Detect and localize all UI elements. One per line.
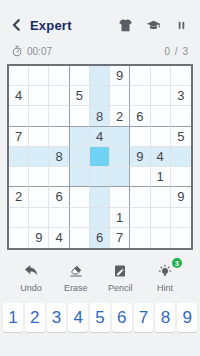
- cell-r5c6[interactable]: [110, 147, 130, 167]
- numpad-key-9[interactable]: 9: [177, 303, 197, 332]
- cell-r5c3[interactable]: 8: [49, 147, 69, 167]
- cell-r2c2[interactable]: [29, 86, 49, 106]
- cell-r6c8[interactable]: 1: [151, 167, 171, 187]
- theme-button[interactable]: [118, 18, 133, 33]
- cell-r1c5[interactable]: [90, 66, 110, 86]
- cell-r4c8[interactable]: [151, 127, 171, 147]
- cell-r1c7[interactable]: [130, 66, 150, 86]
- cell-r5c4[interactable]: [70, 147, 90, 167]
- toolbar: Undo Erase Pencil: [0, 250, 200, 293]
- cell-r4c3[interactable]: [49, 127, 69, 147]
- cell-r6c5[interactable]: [90, 167, 110, 187]
- cell-r6c6[interactable]: [110, 167, 130, 187]
- cell-r6c7[interactable]: [130, 167, 150, 187]
- cell-r3c7[interactable]: 6: [130, 106, 150, 126]
- cell-r8c1[interactable]: [9, 208, 29, 228]
- cell-r9c3[interactable]: 4: [49, 228, 69, 248]
- cell-r5c1[interactable]: [9, 147, 29, 167]
- eraser-icon: [68, 263, 84, 279]
- cell-r5c2[interactable]: [29, 147, 49, 167]
- cell-r2c8[interactable]: [151, 86, 171, 106]
- stopwatch-icon: [11, 45, 23, 57]
- numpad-key-2[interactable]: 2: [25, 303, 45, 332]
- undo-button[interactable]: Undo: [16, 263, 46, 293]
- numpad-key-8[interactable]: 8: [155, 303, 175, 332]
- cell-r4c2[interactable]: [29, 127, 49, 147]
- cell-r4c6[interactable]: [110, 127, 130, 147]
- pencil-icon: [112, 263, 128, 279]
- cell-r8c2[interactable]: [29, 208, 49, 228]
- cell-r3c9[interactable]: [171, 106, 191, 126]
- header: Expert: [0, 0, 200, 36]
- cell-r6c4[interactable]: [70, 167, 90, 187]
- cell-r4c9[interactable]: 5: [171, 127, 191, 147]
- chevron-left-icon: [10, 18, 24, 32]
- cell-r2c3[interactable]: [49, 86, 69, 106]
- cell-r3c8[interactable]: [151, 106, 171, 126]
- cell-r6c9[interactable]: [171, 167, 191, 187]
- numpad-key-7[interactable]: 7: [134, 303, 154, 332]
- cell-r9c1[interactable]: [9, 228, 29, 248]
- cell-r2c6[interactable]: [110, 86, 130, 106]
- cell-r1c8[interactable]: [151, 66, 171, 86]
- cell-r7c2[interactable]: [29, 187, 49, 207]
- cell-r8c9[interactable]: [171, 208, 191, 228]
- hint-bulb-icon: [157, 263, 173, 279]
- cell-r7c9[interactable]: 9: [171, 187, 191, 207]
- cell-r8c7[interactable]: [130, 208, 150, 228]
- cell-r6c3[interactable]: [49, 167, 69, 187]
- cell-r9c7[interactable]: [130, 228, 150, 248]
- cell-r8c5[interactable]: [90, 208, 110, 228]
- undo-label: Undo: [20, 283, 42, 293]
- cell-r3c1[interactable]: [9, 106, 29, 126]
- cell-r8c4[interactable]: [70, 208, 90, 228]
- numpad-key-4[interactable]: 4: [68, 303, 88, 332]
- cell-r3c4[interactable]: [70, 106, 90, 126]
- numpad-key-1[interactable]: 1: [3, 303, 23, 332]
- hint-button[interactable]: 3 Hint: [150, 263, 180, 293]
- cell-r6c1[interactable]: [9, 167, 29, 187]
- timer-value: 00:07: [27, 46, 52, 57]
- cell-r5c5[interactable]: [90, 147, 110, 167]
- cell-r2c7[interactable]: [130, 86, 150, 106]
- number-pad: 123456789: [0, 293, 200, 332]
- cell-r2c1[interactable]: 4: [9, 86, 29, 106]
- cell-r8c3[interactable]: [49, 208, 69, 228]
- pause-icon: [175, 19, 188, 32]
- mistakes-counter: 0 / 3: [165, 46, 189, 57]
- status-bar: 00:07 0 / 3: [0, 36, 200, 64]
- cell-r6c2[interactable]: [29, 167, 49, 187]
- shirt-icon: [118, 18, 133, 33]
- pencil-label: Pencil: [108, 283, 133, 293]
- graduation-cap-icon: [146, 18, 161, 33]
- cell-r1c1[interactable]: [9, 66, 29, 86]
- cell-r3c3[interactable]: [49, 106, 69, 126]
- hint-label: Hint: [157, 283, 173, 293]
- cell-r9c5[interactable]: 6: [90, 228, 110, 248]
- back-button[interactable]: [9, 17, 25, 33]
- cell-r7c1[interactable]: 2: [9, 187, 29, 207]
- erase-button[interactable]: Erase: [61, 263, 91, 293]
- cell-r9c6[interactable]: 7: [110, 228, 130, 248]
- erase-label: Erase: [64, 283, 88, 293]
- cell-r1c6[interactable]: 9: [110, 66, 130, 86]
- cell-r2c4[interactable]: 5: [70, 86, 90, 106]
- pencil-button[interactable]: Pencil: [105, 263, 135, 293]
- cell-r7c3[interactable]: 6: [49, 187, 69, 207]
- cell-r3c2[interactable]: [29, 106, 49, 126]
- cell-r3c6[interactable]: 2: [110, 106, 130, 126]
- cell-r4c7[interactable]: [130, 127, 150, 147]
- numpad-key-3[interactable]: 3: [47, 303, 67, 332]
- hint-count-badge: 3: [172, 258, 182, 268]
- cell-r4c5[interactable]: 4: [90, 127, 110, 147]
- cell-r3c5[interactable]: 8: [90, 106, 110, 126]
- cell-r1c3[interactable]: [49, 66, 69, 86]
- cell-r9c9[interactable]: [171, 228, 191, 248]
- cell-r7c7[interactable]: [130, 187, 150, 207]
- pause-button[interactable]: [174, 18, 189, 33]
- cell-r8c8[interactable]: [151, 208, 171, 228]
- cell-r1c9[interactable]: [171, 66, 191, 86]
- cell-r7c6[interactable]: [110, 187, 130, 207]
- undo-icon: [23, 263, 39, 279]
- sudoku-board: 9453826745894126919467: [7, 64, 193, 250]
- cell-r8c6[interactable]: 1: [110, 208, 130, 228]
- page-title: Expert: [30, 18, 72, 33]
- cell-r7c8[interactable]: [151, 187, 171, 207]
- cell-r2c5[interactable]: [90, 86, 110, 106]
- cell-r7c5[interactable]: [90, 187, 110, 207]
- cell-r2c9[interactable]: 3: [171, 86, 191, 106]
- cell-r9c4[interactable]: [70, 228, 90, 248]
- cell-r4c4[interactable]: [70, 127, 90, 147]
- cell-r1c2[interactable]: [29, 66, 49, 86]
- cell-r1c4[interactable]: [70, 66, 90, 86]
- cell-r5c7[interactable]: 9: [130, 147, 150, 167]
- cell-r9c2[interactable]: 9: [29, 228, 49, 248]
- cell-r5c8[interactable]: 4: [151, 147, 171, 167]
- cell-r7c4[interactable]: [70, 187, 90, 207]
- learn-button[interactable]: [146, 18, 161, 33]
- numpad-key-5[interactable]: 5: [90, 303, 110, 332]
- cell-r4c1[interactable]: 7: [9, 127, 29, 147]
- cell-r5c9[interactable]: [171, 147, 191, 167]
- cell-r9c8[interactable]: [151, 228, 171, 248]
- numpad-key-6[interactable]: 6: [112, 303, 132, 332]
